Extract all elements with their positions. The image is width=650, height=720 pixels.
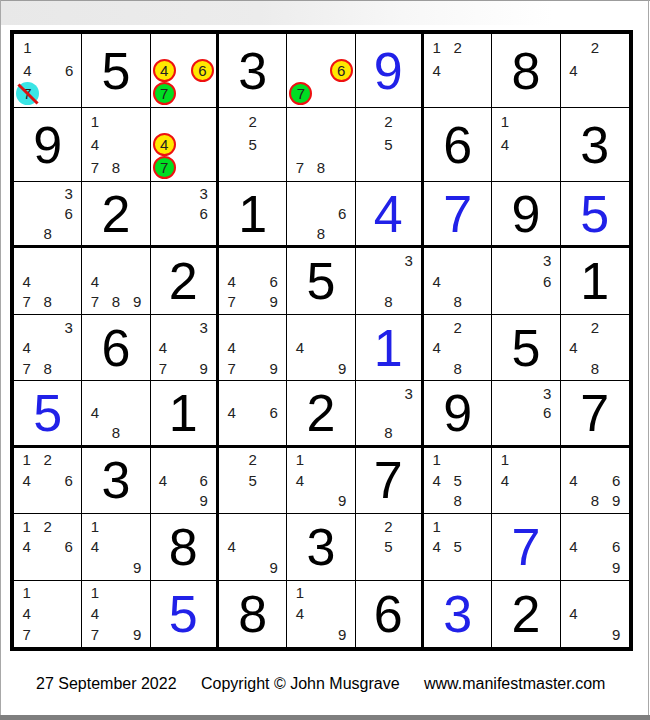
candidate-1: 1 bbox=[426, 516, 447, 536]
cell-r1c6[interactable]: 9 bbox=[356, 34, 424, 108]
digit-black: 2 bbox=[512, 588, 541, 640]
cell-r8c2[interactable]: 149 bbox=[82, 514, 150, 580]
candidate-6: 6 bbox=[58, 204, 79, 224]
digit-black: 3 bbox=[102, 454, 131, 506]
cell-r2c5[interactable]: 78 bbox=[287, 108, 355, 182]
solved-digit-blue: 7 bbox=[443, 188, 472, 240]
digit-black: 5 bbox=[512, 322, 541, 374]
candidate-7: 7 bbox=[84, 291, 105, 311]
cell-r6c5[interactable]: 2 bbox=[287, 381, 355, 447]
candidate-1: 1 bbox=[84, 583, 105, 604]
candidate-4: 4 bbox=[221, 537, 242, 557]
cell-r8c9[interactable]: 469 bbox=[561, 514, 629, 580]
cell-r3c8[interactable]: 9 bbox=[492, 182, 560, 248]
candidate-8: 8 bbox=[37, 224, 58, 244]
candidate-2: 2 bbox=[37, 516, 58, 536]
candidate-8: 8 bbox=[447, 291, 468, 311]
cell-r2c7[interactable]: 6 bbox=[424, 108, 492, 182]
digit-black: 7 bbox=[580, 387, 609, 439]
footer-copyright: Copyright © John Musgrave bbox=[201, 675, 400, 692]
cell-r8c5[interactable]: 3 bbox=[287, 514, 355, 580]
candidate-4: 4 bbox=[426, 337, 447, 357]
candidate-1: 1 bbox=[289, 450, 310, 470]
candidate-6: 6 bbox=[606, 537, 627, 557]
cell-r7c6[interactable]: 7 bbox=[356, 448, 424, 514]
cell-r4c4[interactable]: 4679 bbox=[219, 248, 287, 314]
candidate-8: 8 bbox=[447, 358, 468, 378]
candidate-4: 4 bbox=[494, 470, 515, 490]
candidate-1: 1 bbox=[84, 110, 105, 133]
footer-date: 27 September 2022 bbox=[36, 675, 177, 692]
footer-website: www.manifestmaster.com bbox=[424, 675, 605, 692]
candidate-4: 4 bbox=[494, 133, 515, 156]
cell-r4c6[interactable]: 38 bbox=[356, 248, 424, 314]
candidate-7: 7 bbox=[153, 358, 173, 378]
cell-r3c5[interactable]: 68 bbox=[287, 182, 355, 248]
candidate-7: 7 bbox=[16, 291, 37, 311]
candidate-5: 5 bbox=[447, 470, 468, 490]
digit-black: 2 bbox=[307, 387, 336, 439]
candidate-4: 4 bbox=[16, 470, 37, 490]
cell-r5c1[interactable]: 3478 bbox=[14, 315, 82, 381]
cell-r7c3[interactable]: 469 bbox=[151, 448, 219, 514]
digit-black: 6 bbox=[443, 119, 472, 171]
solved-digit-blue: 1 bbox=[374, 322, 403, 374]
candidate-9: 9 bbox=[127, 624, 148, 645]
candidate-1: 1 bbox=[494, 450, 515, 470]
candidate-8: 8 bbox=[447, 491, 468, 511]
digit-black: 5 bbox=[307, 255, 336, 307]
cell-r5c9[interactable]: 248 bbox=[561, 315, 629, 381]
cell-r7c1[interactable]: 1246 bbox=[14, 448, 82, 514]
candidate-2: 2 bbox=[37, 450, 58, 470]
candidate-6: 6 bbox=[194, 470, 214, 490]
cell-r6c2[interactable]: 48 bbox=[82, 381, 150, 447]
candidate-4: 4 bbox=[84, 603, 105, 624]
candidate-4: 4 bbox=[84, 537, 105, 557]
candidate-4: 4 bbox=[426, 470, 447, 490]
cell-r6c6[interactable]: 38 bbox=[356, 381, 424, 447]
digit-black: 7 bbox=[374, 454, 403, 506]
cell-r3c6[interactable]: 4 bbox=[356, 182, 424, 248]
solved-digit-blue: 4 bbox=[374, 188, 403, 240]
cell-r1c8[interactable]: 8 bbox=[492, 34, 560, 108]
candidate-7: 7 bbox=[221, 291, 242, 311]
candidate-7: 7 bbox=[16, 624, 37, 645]
cell-r5c4[interactable]: 479 bbox=[219, 315, 287, 381]
candidate-6: 6 bbox=[606, 470, 627, 490]
cell-r6c1[interactable]: 5 bbox=[14, 381, 82, 447]
candidate-5: 5 bbox=[242, 133, 263, 156]
candidate-8: 8 bbox=[105, 423, 126, 443]
cell-r1c9[interactable]: 24 bbox=[561, 34, 629, 108]
cell-r6c7[interactable]: 9 bbox=[424, 381, 492, 447]
digit-black: 1 bbox=[580, 255, 609, 307]
candidate-1: 1 bbox=[16, 450, 37, 470]
cell-r7c9[interactable]: 4689 bbox=[561, 448, 629, 514]
candidate-4: 4 bbox=[221, 337, 242, 357]
candidate-4: 4 bbox=[563, 537, 584, 557]
candidate-7-cyan-circle: 7 bbox=[16, 82, 39, 105]
solved-digit-blue: 5 bbox=[33, 387, 62, 439]
cell-r5c3[interactable]: 3479 bbox=[151, 315, 219, 381]
cell-r5c2[interactable]: 6 bbox=[82, 315, 150, 381]
candidate-9: 9 bbox=[263, 557, 284, 577]
candidate-2: 2 bbox=[242, 110, 263, 133]
cell-r7c5[interactable]: 149 bbox=[287, 448, 355, 514]
candidate-4: 4 bbox=[289, 470, 310, 490]
solved-digit-blue: 5 bbox=[169, 588, 198, 640]
cell-r4c7[interactable]: 48 bbox=[424, 248, 492, 314]
cell-r9c6[interactable]: 6 bbox=[356, 581, 424, 647]
candidate-8: 8 bbox=[310, 224, 331, 244]
cell-r8c1[interactable]: 1246 bbox=[14, 514, 82, 580]
solved-digit-blue: 9 bbox=[374, 45, 403, 97]
candidate-4: 4 bbox=[426, 537, 447, 557]
candidate-7: 7 bbox=[16, 358, 37, 378]
candidate-4-yellow-circle: 4 bbox=[153, 59, 176, 82]
candidate-9: 9 bbox=[606, 557, 627, 577]
cell-r9c2[interactable]: 1479 bbox=[82, 581, 150, 647]
candidate-8: 8 bbox=[378, 423, 398, 443]
cell-r8c7[interactable]: 145 bbox=[424, 514, 492, 580]
cell-r2c2[interactable]: 1478 bbox=[82, 108, 150, 182]
candidate-6: 6 bbox=[58, 537, 79, 557]
cell-r2c4[interactable]: 25 bbox=[219, 108, 287, 182]
cell-r4c2[interactable]: 4789 bbox=[82, 248, 150, 314]
candidate-4: 4 bbox=[16, 537, 37, 557]
digit-black: 2 bbox=[169, 255, 198, 307]
candidate-9: 9 bbox=[194, 491, 214, 511]
candidate-6: 6 bbox=[59, 59, 79, 82]
cell-r8c8[interactable]: 7 bbox=[492, 514, 560, 580]
cell-r1c4[interactable]: 3 bbox=[219, 34, 287, 108]
candidate-2: 2 bbox=[378, 516, 398, 536]
cell-r2c8[interactable]: 14 bbox=[492, 108, 560, 182]
candidate-7: 7 bbox=[289, 156, 310, 179]
candidate-6: 6 bbox=[263, 271, 284, 291]
candidate-9: 9 bbox=[606, 624, 627, 645]
cell-r9c4[interactable]: 8 bbox=[219, 581, 287, 647]
candidate-7-green-circle: 7 bbox=[153, 156, 176, 179]
candidate-4: 4 bbox=[16, 337, 37, 357]
candidate-6: 6 bbox=[263, 403, 284, 423]
cell-r4c9[interactable]: 1 bbox=[561, 248, 629, 314]
cell-r5c6[interactable]: 1 bbox=[356, 315, 424, 381]
candidate-8: 8 bbox=[105, 291, 126, 311]
cell-r9c9[interactable]: 49 bbox=[561, 581, 629, 647]
candidate-4: 4 bbox=[289, 337, 310, 357]
digit-black: 8 bbox=[169, 521, 198, 573]
candidate-1: 1 bbox=[16, 36, 39, 59]
candidate-6: 6 bbox=[537, 271, 558, 291]
digit-black: 9 bbox=[33, 119, 62, 171]
candidate-4: 4 bbox=[153, 470, 173, 490]
candidate-5: 5 bbox=[378, 537, 398, 557]
candidate-9: 9 bbox=[127, 291, 148, 311]
digit-black: 3 bbox=[307, 521, 336, 573]
candidate-4: 4 bbox=[563, 603, 584, 624]
cell-r1c1[interactable]: 1467 bbox=[14, 34, 82, 108]
cell-r6c3[interactable]: 1 bbox=[151, 381, 219, 447]
candidate-3: 3 bbox=[537, 383, 558, 403]
cell-r6c8[interactable]: 36 bbox=[492, 381, 560, 447]
cell-r2c3[interactable]: 47 bbox=[151, 108, 219, 182]
digit-black: 5 bbox=[102, 45, 131, 97]
cell-r1c2[interactable]: 5 bbox=[82, 34, 150, 108]
cell-r7c7[interactable]: 1458 bbox=[424, 448, 492, 514]
cell-r2c1[interactable]: 9 bbox=[14, 108, 82, 182]
cell-r2c9[interactable]: 3 bbox=[561, 108, 629, 182]
digit-black: 6 bbox=[374, 588, 403, 640]
candidate-4: 4 bbox=[426, 59, 447, 82]
solved-digit-blue: 7 bbox=[512, 521, 541, 573]
candidate-9: 9 bbox=[332, 358, 353, 378]
candidate-4-yellow-circle: 4 bbox=[153, 133, 176, 156]
cell-r3c2[interactable]: 2 bbox=[82, 182, 150, 248]
cell-r4c8[interactable]: 36 bbox=[492, 248, 560, 314]
candidate-1: 1 bbox=[426, 36, 447, 59]
candidate-7-green-circle: 7 bbox=[289, 82, 312, 105]
cell-r5c7[interactable]: 248 bbox=[424, 315, 492, 381]
candidate-6: 6 bbox=[194, 204, 214, 224]
candidate-3: 3 bbox=[399, 383, 419, 403]
digit-black: 1 bbox=[238, 188, 267, 240]
candidate-5: 5 bbox=[378, 133, 398, 156]
cell-r4c3[interactable]: 2 bbox=[151, 248, 219, 314]
candidate-6: 6 bbox=[58, 470, 79, 490]
candidate-3: 3 bbox=[194, 317, 214, 337]
candidate-1: 1 bbox=[494, 110, 515, 133]
cell-r3c7[interactable]: 7 bbox=[424, 182, 492, 248]
candidate-2: 2 bbox=[242, 450, 263, 470]
cell-r8c4[interactable]: 49 bbox=[219, 514, 287, 580]
candidate-8: 8 bbox=[584, 358, 605, 378]
footer-caption: 27 September 2022 Copyright © John Musgr… bbox=[36, 675, 605, 693]
cell-r9c8[interactable]: 2 bbox=[492, 581, 560, 647]
candidate-4: 4 bbox=[84, 133, 105, 156]
candidate-4: 4 bbox=[84, 403, 105, 423]
candidate-4: 4 bbox=[563, 59, 584, 82]
candidate-1: 1 bbox=[289, 583, 310, 604]
candidate-8: 8 bbox=[310, 156, 331, 179]
candidate-9: 9 bbox=[263, 358, 284, 378]
candidate-9: 9 bbox=[606, 491, 627, 511]
candidate-2: 2 bbox=[584, 36, 605, 59]
window-left-edge bbox=[0, 0, 1, 720]
candidate-4: 4 bbox=[16, 603, 37, 624]
cell-r9c1[interactable]: 147 bbox=[14, 581, 82, 647]
candidate-3: 3 bbox=[194, 184, 214, 204]
candidate-7: 7 bbox=[84, 156, 105, 179]
digit-black: 3 bbox=[580, 119, 609, 171]
cell-r1c3[interactable]: 467 bbox=[151, 34, 219, 108]
candidate-8: 8 bbox=[37, 358, 58, 378]
cell-r6c9[interactable]: 7 bbox=[561, 381, 629, 447]
candidate-8: 8 bbox=[378, 291, 398, 311]
candidate-2: 2 bbox=[447, 36, 468, 59]
digit-black: 9 bbox=[443, 387, 472, 439]
candidate-2: 2 bbox=[378, 110, 398, 133]
candidate-1: 1 bbox=[84, 516, 105, 536]
candidate-6: 6 bbox=[332, 204, 353, 224]
candidate-6-yellow-circle: 6 bbox=[330, 59, 353, 82]
cell-r9c7[interactable]: 3 bbox=[424, 581, 492, 647]
candidate-5: 5 bbox=[242, 470, 263, 490]
candidate-1: 1 bbox=[16, 516, 37, 536]
cell-r9c5[interactable]: 149 bbox=[287, 581, 355, 647]
digit-black: 2 bbox=[102, 188, 131, 240]
cell-r9c3[interactable]: 5 bbox=[151, 581, 219, 647]
digit-black: 8 bbox=[512, 45, 541, 97]
digit-black: 6 bbox=[102, 322, 131, 374]
candidate-9: 9 bbox=[332, 624, 353, 645]
candidate-7: 7 bbox=[221, 358, 242, 378]
digit-black: 3 bbox=[238, 45, 267, 97]
cell-r8c6[interactable]: 25 bbox=[356, 514, 424, 580]
cell-r3c3[interactable]: 36 bbox=[151, 182, 219, 248]
candidate-3: 3 bbox=[399, 250, 419, 270]
candidate-4: 4 bbox=[16, 59, 39, 82]
cell-r1c7[interactable]: 124 bbox=[424, 34, 492, 108]
candidate-1: 1 bbox=[16, 583, 37, 604]
cell-r3c4[interactable]: 1 bbox=[219, 182, 287, 248]
solved-digit-blue: 3 bbox=[443, 588, 472, 640]
cell-r4c5[interactable]: 5 bbox=[287, 248, 355, 314]
candidate-8: 8 bbox=[105, 156, 126, 179]
candidate-9: 9 bbox=[127, 557, 148, 577]
cell-r2c6[interactable]: 25 bbox=[356, 108, 424, 182]
cell-r8c3[interactable]: 8 bbox=[151, 514, 219, 580]
candidate-7-green-circle: 7 bbox=[153, 82, 176, 105]
candidate-3: 3 bbox=[58, 317, 79, 337]
candidate-6: 6 bbox=[537, 403, 558, 423]
candidate-1: 1 bbox=[426, 450, 447, 470]
cell-r3c9[interactable]: 5 bbox=[561, 182, 629, 248]
cell-r5c8[interactable]: 5 bbox=[492, 315, 560, 381]
candidate-6-yellow-circle: 6 bbox=[191, 59, 214, 82]
candidate-7: 7 bbox=[84, 624, 105, 645]
cell-r7c8[interactable]: 14 bbox=[492, 448, 560, 514]
cell-r7c4[interactable]: 25 bbox=[219, 448, 287, 514]
candidate-4: 4 bbox=[289, 603, 310, 624]
window-bottom-bar bbox=[0, 715, 650, 720]
candidate-4: 4 bbox=[563, 337, 584, 357]
candidate-5: 5 bbox=[447, 537, 468, 557]
cell-r7c2[interactable]: 3 bbox=[82, 448, 150, 514]
candidate-4: 4 bbox=[221, 271, 242, 291]
digit-black: 8 bbox=[238, 588, 267, 640]
candidate-3: 3 bbox=[537, 250, 558, 270]
digit-black: 1 bbox=[169, 387, 198, 439]
window-top-bar bbox=[0, 0, 650, 25]
digit-black: 9 bbox=[512, 188, 541, 240]
candidate-4: 4 bbox=[153, 337, 173, 357]
candidate-9: 9 bbox=[194, 358, 214, 378]
candidate-9: 9 bbox=[332, 491, 353, 511]
cell-r5c5[interactable]: 49 bbox=[287, 315, 355, 381]
candidate-4: 4 bbox=[221, 403, 242, 423]
cell-r3c1[interactable]: 368 bbox=[14, 182, 82, 248]
cell-r6c4[interactable]: 46 bbox=[219, 381, 287, 447]
window-right-edge bbox=[648, 0, 649, 720]
candidate-8: 8 bbox=[584, 491, 605, 511]
cell-r4c1[interactable]: 478 bbox=[14, 248, 82, 314]
sudoku-grid: 1467546736791248249147847257825614336823… bbox=[10, 30, 633, 651]
candidate-2: 2 bbox=[584, 317, 605, 337]
candidate-4: 4 bbox=[426, 271, 447, 291]
solved-digit-blue: 5 bbox=[580, 188, 609, 240]
candidate-8: 8 bbox=[37, 291, 58, 311]
candidate-4: 4 bbox=[16, 271, 37, 291]
candidate-4: 4 bbox=[563, 470, 584, 490]
candidate-9: 9 bbox=[263, 291, 284, 311]
cell-r1c5[interactable]: 67 bbox=[287, 34, 355, 108]
candidate-3: 3 bbox=[58, 184, 79, 204]
candidate-2: 2 bbox=[447, 317, 468, 337]
candidate-4: 4 bbox=[84, 271, 105, 291]
